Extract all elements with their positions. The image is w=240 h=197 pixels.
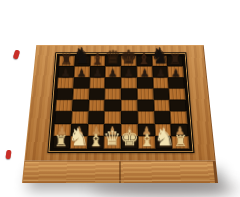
square-h5[interactable] bbox=[169, 88, 186, 99]
square-f5[interactable] bbox=[137, 88, 153, 99]
square-g3[interactable] bbox=[154, 111, 171, 123]
black-rook-h8[interactable]: ♜ bbox=[165, 53, 186, 67]
square-f4[interactable] bbox=[137, 100, 154, 112]
square-c6[interactable] bbox=[89, 77, 105, 88]
square-g6[interactable] bbox=[152, 77, 168, 88]
square-h4[interactable] bbox=[169, 100, 186, 112]
square-d3[interactable] bbox=[104, 111, 121, 123]
square-f3[interactable] bbox=[137, 111, 154, 123]
box-latch-icon bbox=[13, 49, 21, 59]
square-b3[interactable] bbox=[71, 111, 88, 123]
box-latch-icon bbox=[5, 150, 11, 160]
square-d6[interactable] bbox=[105, 77, 121, 88]
white-rook-h1[interactable]: ♜ bbox=[169, 134, 192, 149]
square-d4[interactable] bbox=[105, 100, 121, 112]
square-b5[interactable] bbox=[72, 88, 89, 99]
square-e4[interactable] bbox=[121, 100, 137, 112]
square-h6[interactable] bbox=[168, 77, 185, 88]
square-e3[interactable] bbox=[121, 111, 138, 123]
box-front-face bbox=[22, 161, 218, 183]
square-h7[interactable]: ♟ bbox=[168, 66, 184, 77]
square-a4[interactable] bbox=[55, 100, 72, 112]
square-h8[interactable]: ♜ bbox=[167, 56, 183, 67]
square-c3[interactable] bbox=[88, 111, 105, 123]
square-a3[interactable] bbox=[54, 111, 71, 123]
box-shadow bbox=[90, 181, 240, 197]
black-pawn-h7[interactable]: ♟ bbox=[166, 67, 187, 78]
chess-board: ♜♞♝♛♚♝♞♜♟♟♟♟♟♟♟♟♟♟♟♟♟♟♟♟♜♞♝♛♚♝♞♜ bbox=[53, 56, 190, 149]
chess-set-photo: ♜♞♝♛♚♝♞♜♟♟♟♟♟♟♟♟♟♟♟♟♟♟♟♟♜♞♝♛♚♝♞♜ bbox=[0, 0, 240, 197]
square-h1[interactable]: ♜ bbox=[172, 136, 190, 149]
square-f6[interactable] bbox=[137, 77, 153, 88]
square-c4[interactable] bbox=[88, 100, 105, 112]
square-a5[interactable] bbox=[56, 88, 73, 99]
box-edge-highlight bbox=[23, 180, 215, 181]
folding-chess-box: ♜♞♝♛♚♝♞♜♟♟♟♟♟♟♟♟♟♟♟♟♟♟♟♟♜♞♝♛♚♝♞♜ bbox=[22, 45, 218, 183]
square-g4[interactable] bbox=[153, 100, 170, 112]
square-b4[interactable] bbox=[72, 100, 89, 112]
square-c5[interactable] bbox=[89, 88, 105, 99]
square-a6[interactable] bbox=[57, 77, 74, 88]
square-e5[interactable] bbox=[121, 88, 137, 99]
square-d5[interactable] bbox=[105, 88, 121, 99]
square-h3[interactable] bbox=[170, 111, 187, 123]
square-e6[interactable] bbox=[121, 77, 137, 88]
box-top-face: ♜♞♝♛♚♝♞♜♟♟♟♟♟♟♟♟♟♟♟♟♟♟♟♟♜♞♝♛♚♝♞♜ bbox=[24, 45, 215, 161]
square-g5[interactable] bbox=[153, 88, 170, 99]
square-b6[interactable] bbox=[73, 77, 89, 88]
board-frame: ♜♞♝♛♚♝♞♜♟♟♟♟♟♟♟♟♟♟♟♟♟♟♟♟♜♞♝♛♚♝♞♜ bbox=[47, 52, 194, 153]
